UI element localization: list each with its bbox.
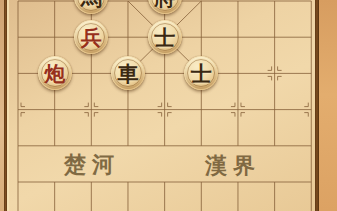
piece-red-cannon[interactable]: 炮 — [38, 56, 72, 90]
piece-character: 士 — [191, 63, 212, 84]
piece-character: 將 — [154, 0, 175, 8]
piece-black-advisor[interactable]: 士 — [148, 20, 182, 54]
piece-character: 車 — [117, 63, 138, 84]
river-label-chu-he: 楚河 — [64, 152, 120, 176]
piece-character: 馬 — [81, 0, 102, 8]
piece-character: 炮 — [44, 63, 65, 84]
piece-character: 兵 — [81, 27, 102, 48]
piece-character: 士 — [154, 27, 175, 48]
river-label-han-jie: 漢界 — [205, 153, 261, 177]
xiangqi-board[interactable]: 楚河 漢界 馬將兵士炮車士 — [0, 0, 337, 211]
